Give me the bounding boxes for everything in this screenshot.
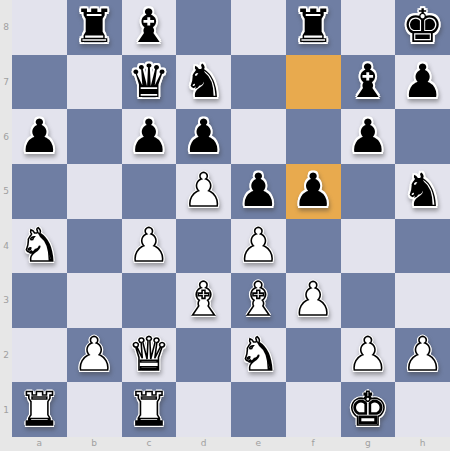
file-label-f: f	[286, 437, 341, 451]
square-c8[interactable]: ♝	[122, 0, 177, 55]
square-e1[interactable]	[231, 382, 286, 437]
white-king[interactable]: ♚	[347, 386, 388, 432]
square-e7[interactable]	[231, 55, 286, 110]
square-c2[interactable]: ♛	[122, 328, 177, 383]
square-h6[interactable]	[395, 109, 450, 164]
square-d7[interactable]: ♞	[176, 55, 231, 110]
square-f6[interactable]	[286, 109, 341, 164]
black-pawn[interactable]: ♟	[402, 58, 443, 104]
black-pawn[interactable]: ♟	[183, 113, 224, 159]
square-e4[interactable]: ♟	[231, 219, 286, 274]
square-a8[interactable]	[12, 0, 67, 55]
white-pawn[interactable]: ♟	[74, 331, 115, 377]
rank-label-4: 4	[0, 219, 12, 274]
black-bishop[interactable]: ♝	[347, 58, 388, 104]
square-h8[interactable]: ♚	[395, 0, 450, 55]
white-bishop[interactable]: ♝	[183, 276, 224, 322]
white-knight[interactable]: ♞	[238, 331, 279, 377]
square-a6[interactable]: ♟	[12, 109, 67, 164]
file-label-c: c	[122, 437, 177, 451]
square-b6[interactable]	[67, 109, 122, 164]
black-pawn[interactable]: ♟	[128, 113, 169, 159]
square-c1[interactable]: ♜	[122, 382, 177, 437]
file-label-g: g	[341, 437, 396, 451]
black-knight[interactable]: ♞	[402, 167, 443, 213]
square-b4[interactable]	[67, 219, 122, 274]
square-d5[interactable]: ♟	[176, 164, 231, 219]
rank-label-8: 8	[0, 0, 12, 55]
white-pawn[interactable]: ♟	[128, 222, 169, 268]
square-b1[interactable]	[67, 382, 122, 437]
black-queen[interactable]: ♛	[128, 58, 169, 104]
square-f5[interactable]: ♟	[286, 164, 341, 219]
square-g7[interactable]: ♝	[341, 55, 396, 110]
square-f7[interactable]	[286, 55, 341, 110]
square-d4[interactable]	[176, 219, 231, 274]
black-bishop[interactable]: ♝	[128, 3, 169, 49]
square-b5[interactable]	[67, 164, 122, 219]
square-a1[interactable]: ♜	[12, 382, 67, 437]
square-g2[interactable]: ♟	[341, 328, 396, 383]
square-a5[interactable]	[12, 164, 67, 219]
black-rook[interactable]: ♜	[293, 3, 334, 49]
square-g1[interactable]: ♚	[341, 382, 396, 437]
square-f8[interactable]: ♜	[286, 0, 341, 55]
file-label-b: b	[67, 437, 122, 451]
file-label-h: h	[395, 437, 450, 451]
square-h1[interactable]	[395, 382, 450, 437]
black-king[interactable]: ♚	[402, 3, 443, 49]
rank-label-3: 3	[0, 273, 12, 328]
square-h3[interactable]	[395, 273, 450, 328]
square-g5[interactable]	[341, 164, 396, 219]
white-pawn[interactable]: ♟	[293, 276, 334, 322]
square-f2[interactable]	[286, 328, 341, 383]
white-knight[interactable]: ♞	[19, 222, 60, 268]
square-g4[interactable]	[341, 219, 396, 274]
square-g8[interactable]	[341, 0, 396, 55]
chess-app: 87654321 ♜♝♜♚♛♞♝♟♟♟♟♟♟♟♟♞♞♟♟♝♝♟♟♛♞♟♟♜♜♚ …	[0, 0, 450, 451]
square-f3[interactable]: ♟	[286, 273, 341, 328]
square-e5[interactable]: ♟	[231, 164, 286, 219]
square-h7[interactable]: ♟	[395, 55, 450, 110]
rank-label-1: 1	[0, 382, 12, 437]
rank-labels: 87654321	[0, 0, 12, 437]
square-e6[interactable]	[231, 109, 286, 164]
square-c7[interactable]: ♛	[122, 55, 177, 110]
square-e8[interactable]	[231, 0, 286, 55]
white-rook[interactable]: ♜	[128, 386, 169, 432]
square-g6[interactable]: ♟	[341, 109, 396, 164]
square-c5[interactable]	[122, 164, 177, 219]
square-d3[interactable]: ♝	[176, 273, 231, 328]
white-pawn[interactable]: ♟	[402, 331, 443, 377]
square-b2[interactable]: ♟	[67, 328, 122, 383]
white-pawn[interactable]: ♟	[183, 167, 224, 213]
rank-label-2: 2	[0, 328, 12, 383]
square-f4[interactable]	[286, 219, 341, 274]
square-h5[interactable]: ♞	[395, 164, 450, 219]
white-rook[interactable]: ♜	[19, 386, 60, 432]
chess-board[interactable]: ♜♝♜♚♛♞♝♟♟♟♟♟♟♟♟♞♞♟♟♝♝♟♟♛♞♟♟♜♜♚	[12, 0, 450, 437]
square-c3[interactable]	[122, 273, 177, 328]
square-a2[interactable]	[12, 328, 67, 383]
square-h4[interactable]	[395, 219, 450, 274]
white-pawn[interactable]: ♟	[238, 222, 279, 268]
white-bishop[interactable]: ♝	[238, 276, 279, 322]
square-b3[interactable]	[67, 273, 122, 328]
square-e3[interactable]: ♝	[231, 273, 286, 328]
white-pawn[interactable]: ♟	[347, 331, 388, 377]
square-c6[interactable]: ♟	[122, 109, 177, 164]
black-rook[interactable]: ♜	[74, 3, 115, 49]
square-c4[interactable]: ♟	[122, 219, 177, 274]
file-label-e: e	[231, 437, 286, 451]
white-queen[interactable]: ♛	[128, 331, 169, 377]
square-d1[interactable]	[176, 382, 231, 437]
square-d8[interactable]	[176, 0, 231, 55]
square-a7[interactable]	[12, 55, 67, 110]
black-pawn[interactable]: ♟	[347, 113, 388, 159]
black-pawn[interactable]: ♟	[19, 113, 60, 159]
black-pawn[interactable]: ♟	[293, 167, 334, 213]
square-a4[interactable]: ♞	[12, 219, 67, 274]
file-label-a: a	[12, 437, 67, 451]
square-h2[interactable]: ♟	[395, 328, 450, 383]
black-pawn[interactable]: ♟	[238, 167, 279, 213]
rank-label-7: 7	[0, 55, 12, 110]
square-d6[interactable]: ♟	[176, 109, 231, 164]
rank-label-5: 5	[0, 164, 12, 219]
square-e2[interactable]: ♞	[231, 328, 286, 383]
black-knight[interactable]: ♞	[183, 58, 224, 104]
square-d2[interactable]	[176, 328, 231, 383]
square-a3[interactable]	[12, 273, 67, 328]
square-b7[interactable]	[67, 55, 122, 110]
square-f1[interactable]	[286, 382, 341, 437]
square-b8[interactable]: ♜	[67, 0, 122, 55]
square-g3[interactable]	[341, 273, 396, 328]
file-label-d: d	[176, 437, 231, 451]
rank-label-6: 6	[0, 109, 12, 164]
file-labels: abcdefgh	[12, 437, 450, 451]
